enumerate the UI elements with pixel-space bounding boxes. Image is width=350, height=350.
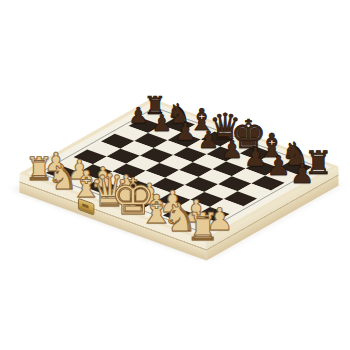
piece-black-pawn-c7: ♟ (174, 120, 196, 144)
piece-black-pawn-f7: ♟ (244, 144, 267, 170)
piece-black-pawn-h7: ♟ (290, 160, 314, 187)
piece-black-pawn-e7: ♟ (221, 136, 243, 161)
chess-set-product-photo: ♜♞♝♛♚♝♞♜♟♟♟♟♟♟♟♟♟♟♟♟♟♟♟♟♜♞♝♛♚♝♞♜ (0, 0, 350, 350)
piece-black-pawn-g7: ♟ (267, 152, 291, 179)
piece-black-pawn-a7: ♟ (129, 105, 149, 127)
piece-black-pawn-b7: ♟ (151, 112, 172, 135)
pieces-layer: ♜♞♝♛♚♝♞♜♟♟♟♟♟♟♟♟♟♟♟♟♟♟♟♟♜♞♝♛♚♝♞♜ (0, 0, 350, 350)
piece-white-rook-h1: ♜ (186, 207, 220, 245)
piece-black-pawn-d7: ♟ (198, 129, 220, 153)
